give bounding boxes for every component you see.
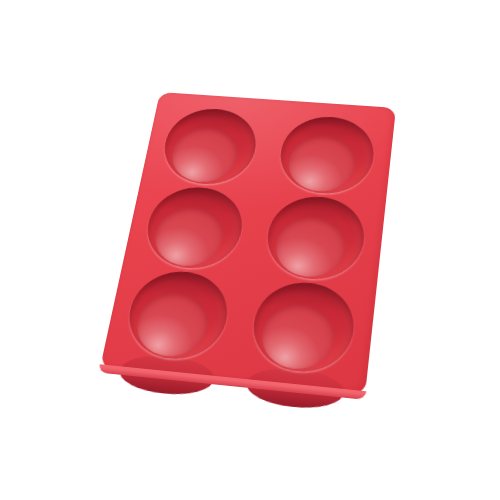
muffin-cup-r1c2	[275, 114, 378, 197]
muffin-cup-r3c2	[247, 279, 358, 376]
muffin-cup-r2c2	[262, 193, 369, 283]
muffin-cup-r3c1	[121, 268, 233, 363]
muffin-cup-r2c1	[140, 184, 248, 272]
product-photo	[0, 0, 500, 500]
muffin-pan	[100, 92, 396, 395]
muffin-cup-r1c1	[158, 106, 262, 187]
